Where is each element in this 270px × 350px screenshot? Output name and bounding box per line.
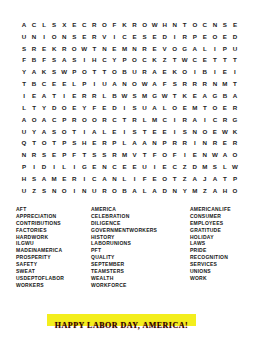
- grid-cell[interactable]: O: [130, 55, 140, 67]
- grid-cell[interactable]: A: [39, 114, 49, 126]
- grid-cell[interactable]: R: [130, 19, 140, 31]
- grid-cell[interactable]: V: [99, 31, 109, 43]
- grid-cell[interactable]: I: [170, 31, 180, 43]
- grid-cell[interactable]: R: [230, 102, 240, 114]
- grid-cell[interactable]: R: [220, 114, 230, 126]
- grid-cell[interactable]: Z: [180, 173, 190, 185]
- grid-cell[interactable]: E: [119, 161, 129, 173]
- grid-cell[interactable]: B: [200, 66, 210, 78]
- grid-cell[interactable]: T: [49, 90, 59, 102]
- grid-cell[interactable]: D: [160, 31, 170, 43]
- grid-cell[interactable]: O: [29, 114, 39, 126]
- grid-cell[interactable]: W: [220, 126, 230, 138]
- grid-cell[interactable]: R: [210, 138, 220, 150]
- grid-cell[interactable]: O: [210, 31, 220, 43]
- grid-cell[interactable]: H: [220, 185, 230, 197]
- grid-cell[interactable]: G: [79, 161, 89, 173]
- grid-cell[interactable]: L: [119, 138, 129, 150]
- grid-cell[interactable]: W: [150, 19, 160, 31]
- grid-cell[interactable]: G: [150, 90, 160, 102]
- grid-cell[interactable]: R: [89, 19, 99, 31]
- grid-cell[interactable]: E: [49, 150, 59, 162]
- grid-cell[interactable]: T: [69, 126, 79, 138]
- grid-cell[interactable]: T: [79, 150, 89, 162]
- grid-cell[interactable]: E: [200, 55, 210, 67]
- grid-cell[interactable]: N: [49, 185, 59, 197]
- grid-cell[interactable]: T: [140, 150, 150, 162]
- grid-cell[interactable]: A: [59, 55, 69, 67]
- grid-cell[interactable]: Z: [200, 185, 210, 197]
- grid-cell[interactable]: T: [89, 43, 99, 55]
- grid-cell[interactable]: D: [39, 161, 49, 173]
- grid-cell[interactable]: I: [29, 161, 39, 173]
- grid-cell[interactable]: I: [130, 173, 140, 185]
- grid-cell[interactable]: F: [19, 55, 29, 67]
- grid-cell[interactable]: T: [49, 138, 59, 150]
- grid-cell[interactable]: A: [109, 78, 119, 90]
- grid-cell[interactable]: T: [29, 138, 39, 150]
- grid-cell[interactable]: J: [200, 173, 210, 185]
- grid-cell[interactable]: E: [200, 31, 210, 43]
- grid-cell[interactable]: R: [69, 173, 79, 185]
- grid-cell[interactable]: O: [130, 78, 140, 90]
- grid-cell[interactable]: I: [49, 161, 59, 173]
- grid-cell[interactable]: T: [29, 102, 39, 114]
- grid-cell[interactable]: T: [230, 78, 240, 90]
- grid-cell[interactable]: E: [130, 161, 140, 173]
- grid-cell[interactable]: E: [109, 43, 119, 55]
- grid-cell[interactable]: F: [89, 102, 99, 114]
- grid-cell[interactable]: O: [99, 19, 109, 31]
- grid-cell[interactable]: V: [160, 43, 170, 55]
- grid-cell[interactable]: I: [180, 150, 190, 162]
- grid-cell[interactable]: A: [220, 150, 230, 162]
- grid-cell[interactable]: E: [109, 126, 119, 138]
- grid-cell[interactable]: L: [140, 185, 150, 197]
- grid-cell[interactable]: I: [170, 126, 180, 138]
- grid-cell[interactable]: O: [140, 19, 150, 31]
- grid-cell[interactable]: C: [109, 114, 119, 126]
- grid-cell[interactable]: Y: [19, 66, 29, 78]
- grid-cell[interactable]: E: [150, 173, 160, 185]
- grid-cell[interactable]: W: [140, 78, 150, 90]
- grid-cell[interactable]: E: [69, 102, 79, 114]
- grid-cell[interactable]: C: [89, 173, 99, 185]
- grid-cell[interactable]: L: [220, 161, 230, 173]
- grid-cell[interactable]: P: [69, 66, 79, 78]
- grid-cell[interactable]: E: [79, 31, 89, 43]
- grid-cell[interactable]: L: [160, 102, 170, 114]
- grid-cell[interactable]: S: [49, 55, 59, 67]
- grid-cell[interactable]: R: [29, 150, 39, 162]
- grid-cell[interactable]: I: [79, 173, 89, 185]
- grid-cell[interactable]: E: [220, 138, 230, 150]
- grid-cell[interactable]: R: [99, 138, 109, 150]
- grid-cell[interactable]: S: [140, 31, 150, 43]
- grid-cell[interactable]: O: [79, 66, 89, 78]
- grid-cell[interactable]: X: [59, 19, 69, 31]
- grid-cell[interactable]: T: [220, 173, 230, 185]
- grid-cell[interactable]: B: [119, 185, 129, 197]
- grid-cell[interactable]: A: [210, 185, 220, 197]
- grid-cell[interactable]: W: [160, 90, 170, 102]
- grid-cell[interactable]: K: [230, 126, 240, 138]
- grid-cell[interactable]: A: [190, 43, 200, 55]
- grid-cell[interactable]: N: [200, 150, 210, 162]
- grid-cell[interactable]: C: [140, 55, 150, 67]
- grid-cell[interactable]: I: [89, 78, 99, 90]
- grid-cell[interactable]: G: [180, 43, 190, 55]
- grid-cell[interactable]: T: [89, 66, 99, 78]
- grid-cell[interactable]: F: [140, 173, 150, 185]
- grid-cell[interactable]: R: [200, 78, 210, 90]
- grid-cell[interactable]: S: [210, 161, 220, 173]
- grid-cell[interactable]: P: [19, 161, 29, 173]
- grid-cell[interactable]: K: [180, 90, 190, 102]
- grid-cell[interactable]: Z: [160, 55, 170, 67]
- grid-cell[interactable]: C: [29, 19, 39, 31]
- grid-cell[interactable]: A: [130, 138, 140, 150]
- grid-cell[interactable]: S: [69, 138, 79, 150]
- grid-cell[interactable]: P: [119, 55, 129, 67]
- grid-cell[interactable]: O: [200, 126, 210, 138]
- grid-cell[interactable]: O: [190, 19, 200, 31]
- grid-cell[interactable]: W: [230, 161, 240, 173]
- grid-cell[interactable]: C: [99, 55, 109, 67]
- grid-cell[interactable]: U: [140, 161, 150, 173]
- grid-cell[interactable]: C: [210, 114, 220, 126]
- grid-cell[interactable]: R: [99, 114, 109, 126]
- grid-cell[interactable]: N: [170, 19, 180, 31]
- grid-cell[interactable]: A: [39, 173, 49, 185]
- grid-cell[interactable]: Y: [39, 102, 49, 114]
- grid-cell[interactable]: O: [180, 66, 190, 78]
- grid-cell[interactable]: O: [49, 31, 59, 43]
- grid-cell[interactable]: N: [99, 43, 109, 55]
- grid-cell[interactable]: W: [180, 55, 190, 67]
- grid-cell[interactable]: D: [49, 102, 59, 114]
- grid-cell[interactable]: E: [69, 90, 79, 102]
- grid-cell[interactable]: M: [49, 173, 59, 185]
- grid-cell[interactable]: R: [230, 138, 240, 150]
- grid-cell[interactable]: A: [200, 90, 210, 102]
- grid-cell[interactable]: E: [69, 19, 79, 31]
- grid-cell[interactable]: E: [160, 161, 170, 173]
- grid-cell[interactable]: N: [99, 161, 109, 173]
- grid-cell[interactable]: N: [200, 138, 210, 150]
- grid-cell[interactable]: S: [89, 150, 99, 162]
- grid-cell[interactable]: O: [79, 114, 89, 126]
- grid-cell[interactable]: Z: [29, 185, 39, 197]
- grid-cell[interactable]: L: [140, 114, 150, 126]
- grid-cell[interactable]: A: [150, 66, 160, 78]
- grid-cell[interactable]: S: [39, 185, 49, 197]
- grid-cell[interactable]: K: [49, 43, 59, 55]
- grid-cell[interactable]: A: [190, 114, 200, 126]
- grid-cell[interactable]: U: [89, 185, 99, 197]
- grid-cell[interactable]: G: [210, 90, 220, 102]
- grid-cell[interactable]: M: [190, 102, 200, 114]
- grid-cell[interactable]: L: [99, 90, 109, 102]
- grid-cell[interactable]: E: [220, 66, 230, 78]
- grid-cell[interactable]: N: [79, 185, 89, 197]
- grid-cell[interactable]: D: [109, 102, 119, 114]
- grid-cell[interactable]: F: [39, 55, 49, 67]
- grid-cell[interactable]: R: [99, 185, 109, 197]
- grid-cell[interactable]: I: [200, 114, 210, 126]
- grid-cell[interactable]: I: [109, 31, 119, 43]
- grid-cell[interactable]: U: [230, 43, 240, 55]
- grid-cell[interactable]: S: [39, 150, 49, 162]
- grid-cell[interactable]: N: [190, 126, 200, 138]
- grid-cell[interactable]: I: [119, 102, 129, 114]
- grid-cell[interactable]: N: [130, 43, 140, 55]
- grid-cell[interactable]: M: [200, 161, 210, 173]
- grid-cell[interactable]: E: [49, 78, 59, 90]
- grid-cell[interactable]: T: [170, 173, 180, 185]
- grid-cell[interactable]: F: [69, 150, 79, 162]
- grid-cell[interactable]: L: [39, 19, 49, 31]
- grid-cell[interactable]: I: [210, 66, 220, 78]
- grid-cell[interactable]: R: [79, 90, 89, 102]
- grid-cell[interactable]: I: [79, 126, 89, 138]
- grid-cell[interactable]: E: [160, 66, 170, 78]
- grid-cell[interactable]: M: [220, 78, 230, 90]
- grid-cell[interactable]: A: [190, 173, 200, 185]
- grid-cell[interactable]: S: [130, 90, 140, 102]
- grid-cell[interactable]: F: [150, 150, 160, 162]
- grid-cell[interactable]: A: [210, 173, 220, 185]
- grid-cell[interactable]: E: [39, 43, 49, 55]
- grid-cell[interactable]: O: [59, 185, 69, 197]
- grid-cell[interactable]: T: [170, 55, 180, 67]
- grid-cell[interactable]: F: [170, 150, 180, 162]
- grid-cell[interactable]: W: [79, 43, 89, 55]
- grid-cell[interactable]: N: [210, 78, 220, 90]
- grid-cell[interactable]: N: [150, 138, 160, 150]
- grid-cell[interactable]: A: [150, 102, 160, 114]
- grid-cell[interactable]: Z: [180, 161, 190, 173]
- grid-cell[interactable]: D: [230, 31, 240, 43]
- grid-cell[interactable]: A: [150, 78, 160, 90]
- grid-cell[interactable]: U: [140, 102, 150, 114]
- grid-cell[interactable]: H: [19, 173, 29, 185]
- grid-cell[interactable]: B: [109, 90, 119, 102]
- grid-cell[interactable]: W: [119, 90, 129, 102]
- grid-cell[interactable]: O: [160, 150, 170, 162]
- grid-cell[interactable]: G: [230, 114, 240, 126]
- grid-cell[interactable]: E: [59, 78, 69, 90]
- grid-cell[interactable]: A: [99, 173, 109, 185]
- grid-cell[interactable]: T: [140, 126, 150, 138]
- grid-cell[interactable]: E: [29, 90, 39, 102]
- grid-cell[interactable]: L: [69, 78, 79, 90]
- grid-cell[interactable]: F: [160, 78, 170, 90]
- grid-cell[interactable]: R: [109, 150, 119, 162]
- grid-cell[interactable]: S: [130, 126, 140, 138]
- grid-cell[interactable]: R: [180, 114, 190, 126]
- grid-cell[interactable]: E: [220, 31, 230, 43]
- grid-cell[interactable]: O: [170, 43, 180, 55]
- grid-cell[interactable]: T: [170, 90, 180, 102]
- grid-cell[interactable]: E: [130, 31, 140, 43]
- grid-cell[interactable]: L: [200, 43, 210, 55]
- grid-cell[interactable]: E: [99, 102, 109, 114]
- grid-cell[interactable]: E: [190, 90, 200, 102]
- grid-cell[interactable]: P: [79, 78, 89, 90]
- grid-cell[interactable]: W: [59, 66, 69, 78]
- grid-cell[interactable]: L: [59, 161, 69, 173]
- grid-cell[interactable]: T: [200, 102, 210, 114]
- grid-cell[interactable]: M: [119, 43, 129, 55]
- grid-cell[interactable]: M: [119, 150, 129, 162]
- grid-cell[interactable]: N: [29, 31, 39, 43]
- grid-cell[interactable]: S: [49, 126, 59, 138]
- grid-cell[interactable]: S: [180, 126, 190, 138]
- grid-cell[interactable]: C: [160, 114, 170, 126]
- grid-cell[interactable]: N: [170, 185, 180, 197]
- grid-cell[interactable]: K: [170, 66, 180, 78]
- grid-cell[interactable]: A: [150, 185, 160, 197]
- grid-cell[interactable]: I: [230, 66, 240, 78]
- grid-cell[interactable]: O: [210, 102, 220, 114]
- grid-cell[interactable]: K: [150, 55, 160, 67]
- grid-cell[interactable]: A: [39, 90, 49, 102]
- grid-cell[interactable]: K: [39, 66, 49, 78]
- grid-cell[interactable]: C: [109, 161, 119, 173]
- grid-cell[interactable]: O: [170, 102, 180, 114]
- grid-cell[interactable]: E: [59, 173, 69, 185]
- grid-cell[interactable]: P: [190, 31, 200, 43]
- grid-cell[interactable]: O: [230, 185, 240, 197]
- grid-cell[interactable]: A: [39, 126, 49, 138]
- grid-cell[interactable]: E: [150, 31, 160, 43]
- grid-cell[interactable]: R: [89, 90, 99, 102]
- grid-cell[interactable]: R: [140, 66, 150, 78]
- grid-cell[interactable]: S: [49, 66, 59, 78]
- grid-cell[interactable]: T: [220, 55, 230, 67]
- grid-cell[interactable]: N: [210, 19, 220, 31]
- grid-cell[interactable]: S: [19, 43, 29, 55]
- grid-cell[interactable]: P: [109, 138, 119, 150]
- grid-cell[interactable]: R: [130, 114, 140, 126]
- grid-cell[interactable]: S: [130, 102, 140, 114]
- grid-cell[interactable]: D: [160, 185, 170, 197]
- grid-cell[interactable]: E: [190, 150, 200, 162]
- grid-cell[interactable]: B: [220, 90, 230, 102]
- grid-cell[interactable]: E: [150, 43, 160, 55]
- grid-cell[interactable]: D: [190, 161, 200, 173]
- grid-cell[interactable]: B: [29, 55, 39, 67]
- grid-cell[interactable]: N: [59, 31, 69, 43]
- grid-cell[interactable]: O: [230, 150, 240, 162]
- grid-cell[interactable]: Y: [109, 55, 119, 67]
- grid-cell[interactable]: L: [99, 126, 109, 138]
- grid-cell[interactable]: F: [109, 19, 119, 31]
- grid-cell[interactable]: T: [119, 114, 129, 126]
- grid-cell[interactable]: O: [59, 102, 69, 114]
- grid-cell[interactable]: A: [130, 185, 140, 197]
- grid-cell[interactable]: T: [230, 55, 240, 67]
- grid-cell[interactable]: K: [119, 19, 129, 31]
- grid-cell[interactable]: I: [59, 90, 69, 102]
- grid-cell[interactable]: C: [200, 19, 210, 31]
- grid-cell[interactable]: E: [150, 126, 160, 138]
- grid-cell[interactable]: O: [109, 66, 119, 78]
- grid-cell[interactable]: R: [69, 114, 79, 126]
- grid-cell[interactable]: T: [19, 78, 29, 90]
- grid-cell[interactable]: O: [39, 138, 49, 150]
- grid-cell[interactable]: C: [79, 19, 89, 31]
- grid-cell[interactable]: A: [140, 138, 150, 150]
- grid-cell[interactable]: P: [230, 173, 240, 185]
- grid-cell[interactable]: I: [69, 185, 79, 197]
- grid-cell[interactable]: A: [230, 90, 240, 102]
- grid-cell[interactable]: R: [190, 78, 200, 90]
- grid-cell[interactable]: A: [89, 126, 99, 138]
- grid-cell[interactable]: U: [19, 185, 29, 197]
- grid-cell[interactable]: R: [170, 138, 180, 150]
- grid-cell[interactable]: C: [170, 161, 180, 173]
- grid-cell[interactable]: R: [180, 78, 190, 90]
- grid-cell[interactable]: C: [119, 31, 129, 43]
- grid-cell[interactable]: S: [170, 78, 180, 90]
- grid-cell[interactable]: N: [109, 173, 119, 185]
- grid-cell[interactable]: P: [59, 138, 69, 150]
- grid-cell[interactable]: C: [49, 114, 59, 126]
- grid-cell[interactable]: Y: [180, 185, 190, 197]
- grid-cell[interactable]: R: [140, 43, 150, 55]
- grid-cell[interactable]: I: [190, 66, 200, 78]
- grid-cell[interactable]: S: [69, 31, 79, 43]
- grid-cell[interactable]: B: [29, 78, 39, 90]
- grid-cell[interactable]: P: [220, 43, 230, 55]
- grid-cell[interactable]: O: [109, 185, 119, 197]
- grid-cell[interactable]: I: [150, 161, 160, 173]
- grid-cell[interactable]: H: [160, 19, 170, 31]
- grid-cell[interactable]: R: [180, 138, 190, 150]
- grid-cell[interactable]: S: [69, 55, 79, 67]
- grid-cell[interactable]: Y: [29, 126, 39, 138]
- grid-cell[interactable]: E: [230, 19, 240, 31]
- grid-cell[interactable]: T: [210, 55, 220, 67]
- grid-cell[interactable]: E: [220, 102, 230, 114]
- grid-cell[interactable]: L: [19, 102, 29, 114]
- grid-cell[interactable]: I: [19, 90, 29, 102]
- grid-cell[interactable]: P: [160, 138, 170, 150]
- grid-cell[interactable]: I: [119, 126, 129, 138]
- grid-cell[interactable]: B: [119, 66, 129, 78]
- grid-cell[interactable]: U: [19, 31, 29, 43]
- grid-cell[interactable]: H: [79, 138, 89, 150]
- grid-cell[interactable]: W: [210, 150, 220, 162]
- grid-cell[interactable]: P: [59, 114, 69, 126]
- grid-cell[interactable]: O: [160, 173, 170, 185]
- grid-cell[interactable]: C: [39, 78, 49, 90]
- grid-cell[interactable]: I: [170, 114, 180, 126]
- grid-cell[interactable]: S: [220, 19, 230, 31]
- grid-cell[interactable]: O: [89, 114, 99, 126]
- grid-cell[interactable]: M: [140, 90, 150, 102]
- grid-cell[interactable]: A: [19, 114, 29, 126]
- grid-cell[interactable]: R: [89, 31, 99, 43]
- grid-cell[interactable]: R: [180, 31, 190, 43]
- grid-cell[interactable]: I: [190, 138, 200, 150]
- grid-cell[interactable]: M: [190, 185, 200, 197]
- grid-cell[interactable]: V: [130, 150, 140, 162]
- grid-cell[interactable]: E: [89, 161, 99, 173]
- grid-cell[interactable]: I: [69, 161, 79, 173]
